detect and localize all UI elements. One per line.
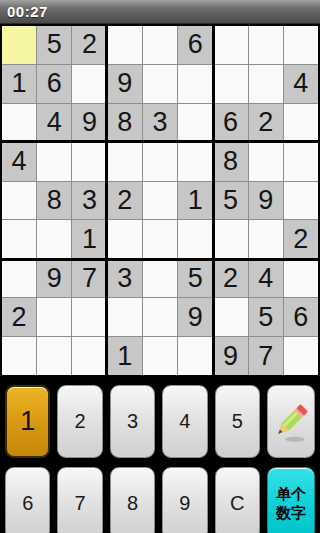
sudoku-cell-r8c6[interactable]: 9 [178, 298, 212, 336]
sudoku-cell-r6c3[interactable]: 1 [72, 220, 106, 258]
sudoku-cell-r5c8[interactable]: 9 [249, 182, 283, 220]
sudoku-cell-r1c3[interactable]: 2 [72, 26, 106, 64]
sudoku-cell-r6c7[interactable] [213, 220, 247, 258]
sudoku-cell-r1c9[interactable] [284, 26, 318, 64]
pencil-mode-button[interactable] [267, 385, 315, 458]
single-digit-mode-button[interactable]: 单个数字 [267, 467, 315, 533]
clear-key[interactable]: C [215, 467, 260, 533]
sudoku-cell-r3c1[interactable] [2, 104, 36, 142]
sudoku-cell-r7c4[interactable]: 3 [108, 259, 142, 297]
sudoku-cell-r5c5[interactable] [143, 182, 177, 220]
sudoku-cell-r2c6[interactable] [178, 65, 212, 103]
number-keypad: 123456789C单个数字 [0, 377, 320, 533]
sudoku-cell-r8c9[interactable]: 6 [284, 298, 318, 336]
sudoku-cell-r5c2[interactable]: 8 [37, 182, 71, 220]
sudoku-cell-r4c2[interactable] [37, 143, 71, 181]
digit-key-1[interactable]: 1 [5, 385, 50, 458]
sudoku-cell-r1c1[interactable] [2, 26, 36, 64]
sudoku-cell-r9c6[interactable] [178, 337, 212, 375]
sudoku-cell-r9c5[interactable] [143, 337, 177, 375]
sudoku-cell-r3c4[interactable]: 8 [108, 104, 142, 142]
sudoku-cell-r1c5[interactable] [143, 26, 177, 64]
sudoku-cell-r5c9[interactable] [284, 182, 318, 220]
sudoku-cell-r9c8[interactable]: 7 [249, 337, 283, 375]
sudoku-cell-r7c3[interactable]: 7 [72, 259, 106, 297]
sudoku-cell-r1c7[interactable] [213, 26, 247, 64]
sudoku-cell-r1c6[interactable]: 6 [178, 26, 212, 64]
sudoku-cell-r3c3[interactable]: 9 [72, 104, 106, 142]
sudoku-cell-r9c4[interactable]: 1 [108, 337, 142, 375]
sudoku-cell-r1c2[interactable]: 5 [37, 26, 71, 64]
sudoku-cell-r6c4[interactable] [108, 220, 142, 258]
sudoku-cell-r8c5[interactable] [143, 298, 177, 336]
sudoku-cell-r6c8[interactable] [249, 220, 283, 258]
sudoku-cell-r5c7[interactable]: 5 [213, 182, 247, 220]
sudoku-cell-r3c5[interactable]: 3 [143, 104, 177, 142]
sudoku-cell-r5c3[interactable]: 3 [72, 182, 106, 220]
sudoku-cell-r4c1[interactable]: 4 [2, 143, 36, 181]
sudoku-cell-r2c5[interactable] [143, 65, 177, 103]
sudoku-cell-r7c7[interactable]: 2 [213, 259, 247, 297]
sudoku-cell-r2c4[interactable]: 9 [108, 65, 142, 103]
status-bar: 00:27 [0, 0, 320, 24]
sudoku-board: 526169449836248832159129735242956197 [0, 24, 320, 377]
sudoku-cell-r8c1[interactable]: 2 [2, 298, 36, 336]
digit-key-7[interactable]: 7 [57, 467, 102, 533]
sudoku-cell-r4c3[interactable] [72, 143, 106, 181]
digit-key-3[interactable]: 3 [110, 385, 155, 458]
sudoku-cell-r3c9[interactable] [284, 104, 318, 142]
sudoku-cell-r2c1[interactable]: 1 [2, 65, 36, 103]
sudoku-cell-r4c8[interactable] [249, 143, 283, 181]
sudoku-cell-r3c8[interactable]: 2 [249, 104, 283, 142]
sudoku-cell-r9c1[interactable] [2, 337, 36, 375]
sudoku-cell-r7c6[interactable]: 5 [178, 259, 212, 297]
digit-key-8[interactable]: 8 [110, 467, 155, 533]
sudoku-cell-r9c3[interactable] [72, 337, 106, 375]
digit-key-9[interactable]: 9 [162, 467, 207, 533]
sudoku-cell-r6c2[interactable] [37, 220, 71, 258]
sudoku-cell-r9c9[interactable] [284, 337, 318, 375]
mode-button-label-line1: 单个 [276, 485, 306, 504]
sudoku-cell-r8c8[interactable]: 5 [249, 298, 283, 336]
sudoku-cell-r8c7[interactable] [213, 298, 247, 336]
sudoku-cell-r2c8[interactable] [249, 65, 283, 103]
sudoku-cell-r1c8[interactable] [249, 26, 283, 64]
sudoku-cell-r7c5[interactable] [143, 259, 177, 297]
sudoku-cell-r2c9[interactable]: 4 [284, 65, 318, 103]
sudoku-cell-r4c7[interactable]: 8 [213, 143, 247, 181]
sudoku-cell-r6c1[interactable] [2, 220, 36, 258]
sudoku-cell-r2c2[interactable]: 6 [37, 65, 71, 103]
sudoku-cell-r1c4[interactable] [108, 26, 142, 64]
sudoku-cell-r3c7[interactable]: 6 [213, 104, 247, 142]
sudoku-cell-r2c7[interactable] [213, 65, 247, 103]
sudoku-cell-r7c9[interactable] [284, 259, 318, 297]
sudoku-cell-r3c2[interactable]: 4 [37, 104, 71, 142]
sudoku-cells-grid: 526169449836248832159129735242956197 [0, 24, 320, 377]
sudoku-cell-r5c6[interactable]: 1 [178, 182, 212, 220]
sudoku-cell-r9c7[interactable]: 9 [213, 337, 247, 375]
digit-key-6[interactable]: 6 [5, 467, 50, 533]
digit-key-4[interactable]: 4 [162, 385, 207, 458]
mode-button-label-line2: 数字 [276, 504, 306, 523]
sudoku-cell-r4c4[interactable] [108, 143, 142, 181]
sudoku-cell-r9c2[interactable] [37, 337, 71, 375]
sudoku-cell-r5c1[interactable] [2, 182, 36, 220]
digit-key-2[interactable]: 2 [57, 385, 102, 458]
sudoku-cell-r7c1[interactable] [2, 259, 36, 297]
sudoku-cell-r5c4[interactable]: 2 [108, 182, 142, 220]
sudoku-cell-r6c5[interactable] [143, 220, 177, 258]
game-timer: 00:27 [7, 3, 48, 20]
pencil-icon [268, 395, 314, 449]
sudoku-cell-r6c6[interactable] [178, 220, 212, 258]
sudoku-cell-r8c4[interactable] [108, 298, 142, 336]
sudoku-cell-r7c8[interactable]: 4 [249, 259, 283, 297]
sudoku-cell-r3c6[interactable] [178, 104, 212, 142]
sudoku-cell-r2c3[interactable] [72, 65, 106, 103]
sudoku-cell-r4c5[interactable] [143, 143, 177, 181]
sudoku-app-screen: 00:27 5261694498362488321591297352429561… [0, 0, 320, 533]
sudoku-cell-r8c2[interactable] [37, 298, 71, 336]
digit-key-5[interactable]: 5 [215, 385, 260, 458]
sudoku-cell-r7c2[interactable]: 9 [37, 259, 71, 297]
sudoku-cell-r4c9[interactable] [284, 143, 318, 181]
sudoku-cell-r6c9[interactable]: 2 [284, 220, 318, 258]
sudoku-cell-r4c6[interactable] [178, 143, 212, 181]
sudoku-cell-r8c3[interactable] [72, 298, 106, 336]
